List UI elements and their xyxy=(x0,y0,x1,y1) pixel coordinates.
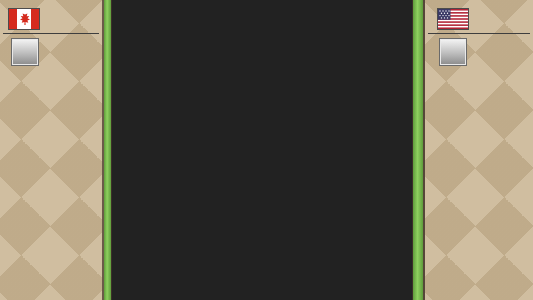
chess-board xyxy=(112,0,412,300)
opponent-time-bar xyxy=(102,0,112,300)
me-separator xyxy=(428,33,530,34)
me-avatar xyxy=(439,38,467,66)
chess-app xyxy=(0,0,533,300)
canada-flag-icon xyxy=(8,8,40,30)
my-time-bar xyxy=(412,0,425,300)
me-panel xyxy=(425,0,533,300)
me-avatar-block xyxy=(436,38,470,67)
me-header xyxy=(437,8,531,30)
board-wrap xyxy=(112,0,412,300)
opponent-avatar-block xyxy=(8,38,42,67)
opponent-header xyxy=(8,8,100,30)
opponent-separator xyxy=(3,33,99,34)
usa-flag-icon xyxy=(437,8,469,30)
opponent-panel xyxy=(0,0,102,300)
opponent-avatar xyxy=(11,38,39,66)
